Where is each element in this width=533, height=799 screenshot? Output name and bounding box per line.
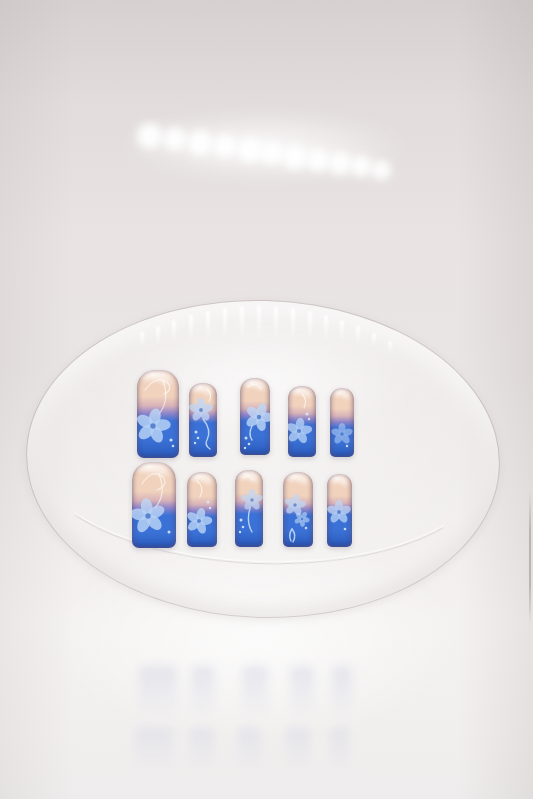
streak-blob [137,123,163,149]
nail-reflection [285,727,311,773]
nail-reflection [237,727,261,773]
streak-halo [118,110,410,182]
nail-reflection [139,666,177,720]
streak-blob [371,160,391,180]
nail-reflection [290,666,314,720]
nail-reflection [329,727,350,773]
streak-blob [328,151,352,175]
streak-blob [237,137,263,163]
streak-blob [163,127,187,151]
streak-blob [350,155,372,177]
nail-reflection [332,666,352,720]
nail-reflection [242,666,268,720]
streak-blob [213,134,237,158]
streak-blob [306,148,330,172]
streak-blob [260,141,284,165]
streak-blob [187,130,213,156]
nail-reflection [191,666,215,720]
product-photo-stage [0,0,533,799]
streak-blob [282,144,308,170]
backdrop-edge-line [529,492,531,624]
nail-reflection [134,727,174,773]
nail-reflection [189,727,215,773]
